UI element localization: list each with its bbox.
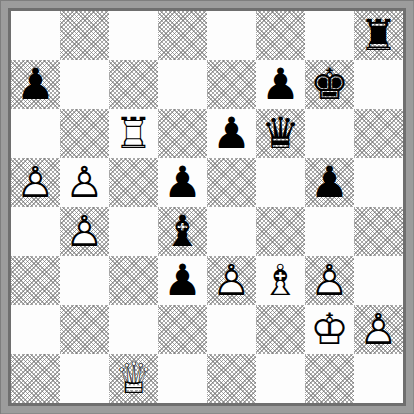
square-f2[interactable] xyxy=(256,305,305,354)
square-d4[interactable]: ♝ xyxy=(158,207,207,256)
square-a2[interactable] xyxy=(11,305,60,354)
square-f7[interactable]: ♟ xyxy=(256,60,305,109)
piece-white-pawn: ♙ xyxy=(60,158,109,207)
square-h5[interactable] xyxy=(354,158,403,207)
square-h2[interactable]: ♟♙ xyxy=(354,305,403,354)
square-d1[interactable] xyxy=(158,354,207,403)
square-f5[interactable] xyxy=(256,158,305,207)
square-a6[interactable] xyxy=(11,109,60,158)
square-f8[interactable] xyxy=(256,11,305,60)
board-border: ♜♟♟♚♜♖♟♛♟♙♟♙♟♟♟♙♝♟♟♙♝♗♟♙♚♔♟♙♛♕ xyxy=(8,8,406,406)
square-b4[interactable]: ♟♙ xyxy=(60,207,109,256)
piece-white-pawn-fill: ♟ xyxy=(60,207,109,256)
piece-black-rook: ♜ xyxy=(354,11,403,60)
square-g5[interactable]: ♟ xyxy=(305,158,354,207)
square-d3[interactable]: ♟ xyxy=(158,256,207,305)
piece-white-pawn-fill: ♟ xyxy=(207,256,256,305)
square-a5[interactable]: ♟♙ xyxy=(11,158,60,207)
piece-black-pawn: ♟ xyxy=(11,60,60,109)
square-c4[interactable] xyxy=(109,207,158,256)
piece-white-pawn: ♙ xyxy=(207,256,256,305)
piece-white-pawn-fill: ♟ xyxy=(305,256,354,305)
square-g2[interactable]: ♚♔ xyxy=(305,305,354,354)
piece-white-pawn: ♙ xyxy=(11,158,60,207)
piece-black-bishop: ♝ xyxy=(158,207,207,256)
piece-white-pawn-fill: ♟ xyxy=(354,305,403,354)
piece-black-queen: ♛ xyxy=(256,109,305,158)
piece-white-bishop: ♗ xyxy=(256,256,305,305)
square-c6[interactable]: ♜♖ xyxy=(109,109,158,158)
square-h8[interactable]: ♜ xyxy=(354,11,403,60)
piece-white-queen: ♕ xyxy=(109,354,158,403)
square-d2[interactable] xyxy=(158,305,207,354)
square-b5[interactable]: ♟♙ xyxy=(60,158,109,207)
piece-white-queen-fill: ♛ xyxy=(109,354,158,403)
square-d8[interactable] xyxy=(158,11,207,60)
square-c2[interactable] xyxy=(109,305,158,354)
piece-black-pawn: ♟ xyxy=(305,158,354,207)
square-g8[interactable] xyxy=(305,11,354,60)
square-e5[interactable] xyxy=(207,158,256,207)
square-a7[interactable]: ♟ xyxy=(11,60,60,109)
piece-white-pawn: ♙ xyxy=(60,207,109,256)
square-c1[interactable]: ♛♕ xyxy=(109,354,158,403)
piece-white-king-fill: ♚ xyxy=(305,305,354,354)
square-a3[interactable] xyxy=(11,256,60,305)
piece-white-rook: ♖ xyxy=(109,109,158,158)
piece-white-bishop-fill: ♝ xyxy=(256,256,305,305)
square-b2[interactable] xyxy=(60,305,109,354)
square-g1[interactable] xyxy=(305,354,354,403)
square-a8[interactable] xyxy=(11,11,60,60)
piece-white-king: ♔ xyxy=(305,305,354,354)
square-h6[interactable] xyxy=(354,109,403,158)
piece-black-pawn: ♟ xyxy=(207,109,256,158)
square-a1[interactable] xyxy=(11,354,60,403)
piece-black-pawn: ♟ xyxy=(158,158,207,207)
square-b7[interactable] xyxy=(60,60,109,109)
square-e1[interactable] xyxy=(207,354,256,403)
square-d7[interactable] xyxy=(158,60,207,109)
square-c8[interactable] xyxy=(109,11,158,60)
square-e2[interactable] xyxy=(207,305,256,354)
square-c5[interactable] xyxy=(109,158,158,207)
square-g6[interactable] xyxy=(305,109,354,158)
piece-black-king: ♚ xyxy=(305,60,354,109)
square-b8[interactable] xyxy=(60,11,109,60)
square-f3[interactable]: ♝♗ xyxy=(256,256,305,305)
square-a4[interactable] xyxy=(11,207,60,256)
piece-white-pawn: ♙ xyxy=(354,305,403,354)
piece-black-pawn: ♟ xyxy=(256,60,305,109)
square-b3[interactable] xyxy=(60,256,109,305)
chess-diagram: ♜♟♟♚♜♖♟♛♟♙♟♙♟♟♟♙♝♟♟♙♝♗♟♙♚♔♟♙♛♕ xyxy=(0,0,414,414)
square-e4[interactable] xyxy=(207,207,256,256)
square-c7[interactable] xyxy=(109,60,158,109)
piece-white-pawn-fill: ♟ xyxy=(11,158,60,207)
square-g3[interactable]: ♟♙ xyxy=(305,256,354,305)
square-h3[interactable] xyxy=(354,256,403,305)
square-h7[interactable] xyxy=(354,60,403,109)
square-e3[interactable]: ♟♙ xyxy=(207,256,256,305)
chess-board: ♜♟♟♚♜♖♟♛♟♙♟♙♟♟♟♙♝♟♟♙♝♗♟♙♚♔♟♙♛♕ xyxy=(11,11,403,403)
square-f4[interactable] xyxy=(256,207,305,256)
square-b1[interactable] xyxy=(60,354,109,403)
piece-white-pawn-fill: ♟ xyxy=(60,158,109,207)
square-g7[interactable]: ♚ xyxy=(305,60,354,109)
square-g4[interactable] xyxy=(305,207,354,256)
square-d6[interactable] xyxy=(158,109,207,158)
square-h1[interactable] xyxy=(354,354,403,403)
piece-black-pawn: ♟ xyxy=(158,256,207,305)
square-f6[interactable]: ♛ xyxy=(256,109,305,158)
square-c3[interactable] xyxy=(109,256,158,305)
square-e6[interactable]: ♟ xyxy=(207,109,256,158)
piece-white-pawn: ♙ xyxy=(305,256,354,305)
square-f1[interactable] xyxy=(256,354,305,403)
square-b6[interactable] xyxy=(60,109,109,158)
piece-white-rook-fill: ♜ xyxy=(109,109,158,158)
square-d5[interactable]: ♟ xyxy=(158,158,207,207)
square-e7[interactable] xyxy=(207,60,256,109)
square-e8[interactable] xyxy=(207,11,256,60)
board-frame: ♜♟♟♚♜♖♟♛♟♙♟♙♟♟♟♙♝♟♟♙♝♗♟♙♚♔♟♙♛♕ xyxy=(0,0,414,414)
square-h4[interactable] xyxy=(354,207,403,256)
